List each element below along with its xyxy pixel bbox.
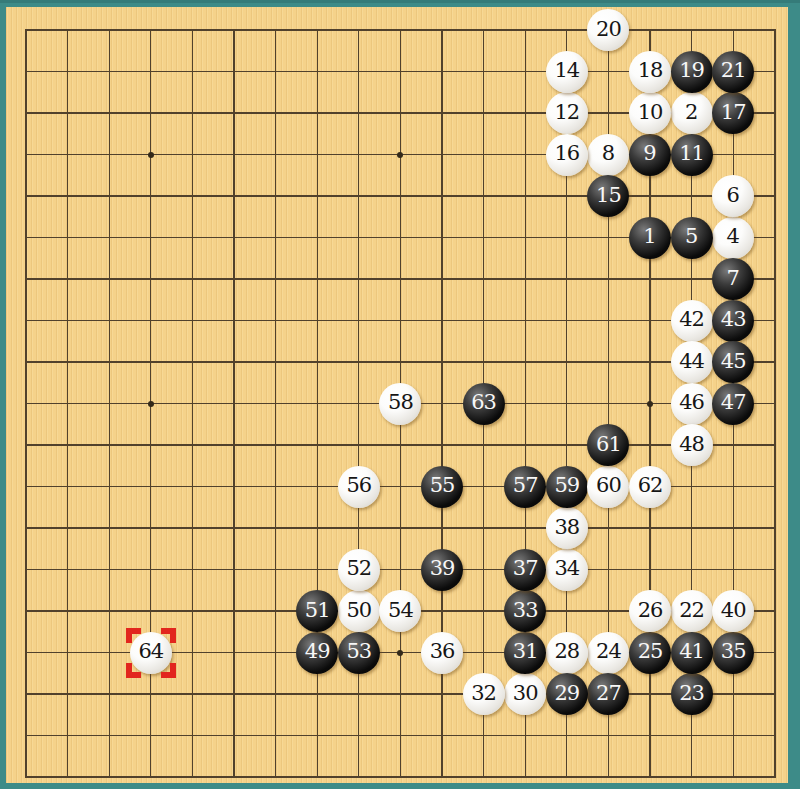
stone-number: 51	[305, 600, 330, 621]
stone-35: 35	[712, 632, 754, 674]
stone-number: 41	[679, 641, 704, 662]
stone-37: 37	[504, 549, 546, 591]
stone-16: 16	[546, 134, 588, 176]
stone-28: 28	[546, 632, 588, 674]
stone-57: 57	[504, 466, 546, 508]
stone-number: 60	[596, 475, 621, 496]
stone-22: 22	[671, 590, 713, 632]
stone-number: 6	[727, 185, 740, 206]
stone-14: 14	[546, 51, 588, 93]
stone-60: 60	[587, 466, 629, 508]
stone-number: 12	[554, 102, 579, 123]
stone-number: 40	[721, 600, 746, 621]
stone-number: 54	[388, 600, 413, 621]
stone-number: 47	[721, 392, 746, 413]
stone-6: 6	[712, 175, 754, 217]
star-point	[397, 650, 403, 656]
go-board: 1245678910111214151617181920212223242526…	[6, 7, 788, 783]
stone-number: 34	[554, 558, 579, 579]
stone-number: 38	[554, 517, 579, 538]
stone-number: 39	[430, 558, 455, 579]
stone-number: 43	[721, 309, 746, 330]
stone-number: 31	[513, 641, 538, 662]
stone-46: 46	[671, 383, 713, 425]
stone-36: 36	[421, 632, 463, 674]
stone-number: 23	[679, 683, 704, 704]
stone-number: 2	[685, 102, 698, 123]
stone-number: 10	[638, 102, 663, 123]
stone-number: 4	[727, 226, 740, 247]
stone-53: 53	[338, 632, 380, 674]
stone-17: 17	[712, 92, 754, 134]
stone-number: 63	[471, 392, 496, 413]
stone-58: 58	[379, 383, 421, 425]
stone-21: 21	[712, 51, 754, 93]
stone-number: 62	[638, 475, 663, 496]
stone-number: 35	[721, 641, 746, 662]
stone-number: 27	[596, 683, 621, 704]
star-point	[148, 401, 154, 407]
stone-number: 42	[679, 309, 704, 330]
stone-12: 12	[546, 92, 588, 134]
stone-number: 48	[679, 434, 704, 455]
stone-49: 49	[296, 632, 338, 674]
stone-33: 33	[504, 590, 546, 632]
stone-number: 9	[643, 143, 656, 164]
stone-8: 8	[587, 134, 629, 176]
stone-number: 16	[554, 143, 579, 164]
stone-number: 44	[679, 351, 704, 372]
stone-30: 30	[504, 673, 546, 715]
stone-number: 29	[554, 683, 579, 704]
stone-number: 25	[638, 641, 663, 662]
stone-number: 5	[685, 226, 698, 247]
stone-42: 42	[671, 300, 713, 342]
stone-24: 24	[587, 632, 629, 674]
stone-31: 31	[504, 632, 546, 674]
stone-23: 23	[671, 673, 713, 715]
stone-number: 8	[602, 143, 615, 164]
stone-29: 29	[546, 673, 588, 715]
stone-number: 18	[638, 60, 663, 81]
stone-11: 11	[671, 134, 713, 176]
stone-19: 19	[671, 51, 713, 93]
stone-number: 56	[346, 475, 371, 496]
stone-number: 28	[554, 641, 579, 662]
stone-63: 63	[463, 383, 505, 425]
stone-number: 52	[346, 558, 371, 579]
stone-number: 45	[721, 351, 746, 372]
stone-number: 20	[596, 19, 621, 40]
stone-18: 18	[629, 51, 671, 93]
stone-number: 53	[346, 641, 371, 662]
stone-1: 1	[629, 217, 671, 259]
stone-number: 19	[679, 60, 704, 81]
stone-number: 26	[638, 600, 663, 621]
star-point	[647, 401, 653, 407]
stone-55: 55	[421, 466, 463, 508]
stone-number: 36	[430, 641, 455, 662]
stone-number: 59	[554, 475, 579, 496]
stone-number: 11	[679, 143, 704, 164]
stone-40: 40	[712, 590, 754, 632]
stone-number: 55	[430, 475, 455, 496]
stone-43: 43	[712, 300, 754, 342]
star-point	[148, 152, 154, 158]
stone-26: 26	[629, 590, 671, 632]
stone-62: 62	[629, 466, 671, 508]
stone-number: 24	[596, 641, 621, 662]
stone-number: 57	[513, 475, 538, 496]
stone-number: 21	[721, 60, 746, 81]
stone-41: 41	[671, 632, 713, 674]
stone-number: 30	[513, 683, 538, 704]
stone-7: 7	[712, 258, 754, 300]
stone-number: 58	[388, 392, 413, 413]
stone-4: 4	[712, 217, 754, 259]
stone-number: 7	[727, 268, 740, 289]
stone-25: 25	[629, 632, 671, 674]
stone-52: 52	[338, 549, 380, 591]
board-frame: 1245678910111214151617181920212223242526…	[0, 0, 800, 789]
stone-5: 5	[671, 217, 713, 259]
stone-number: 37	[513, 558, 538, 579]
stone-number: 32	[471, 683, 496, 704]
stone-34: 34	[546, 549, 588, 591]
stone-number: 33	[513, 600, 538, 621]
stone-59: 59	[546, 466, 588, 508]
stone-number: 50	[346, 600, 371, 621]
stone-32: 32	[463, 673, 505, 715]
stone-number: 49	[305, 641, 330, 662]
stone-number: 14	[554, 60, 579, 81]
stone-number: 15	[596, 185, 621, 206]
stone-51: 51	[296, 590, 338, 632]
stone-38: 38	[546, 507, 588, 549]
stone-48: 48	[671, 424, 713, 466]
star-point	[397, 152, 403, 158]
stone-number: 61	[596, 434, 621, 455]
stone-number: 1	[643, 226, 656, 247]
stone-10: 10	[629, 92, 671, 134]
stone-56: 56	[338, 466, 380, 508]
stone-number: 46	[679, 392, 704, 413]
stone-number: 64	[138, 641, 163, 662]
stone-50: 50	[338, 590, 380, 632]
stone-39: 39	[421, 549, 463, 591]
stone-47: 47	[712, 383, 754, 425]
stone-number: 22	[679, 600, 704, 621]
stone-9: 9	[629, 134, 671, 176]
stone-number: 17	[721, 102, 746, 123]
stone-2: 2	[671, 92, 713, 134]
stone-44: 44	[671, 341, 713, 383]
stone-45: 45	[712, 341, 754, 383]
stone-64: 64	[130, 632, 172, 674]
